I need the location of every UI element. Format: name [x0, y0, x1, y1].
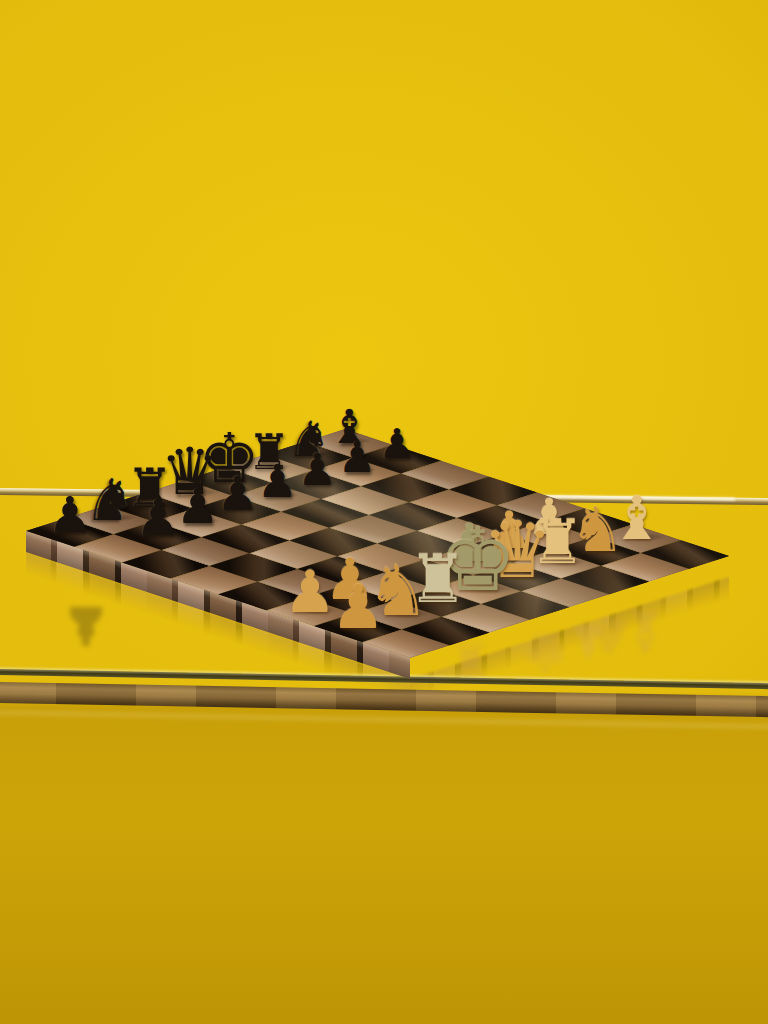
- piece-black-pawn-h7: ♟: [379, 425, 416, 466]
- piece-black-pawn-b7: ♟: [135, 494, 180, 544]
- lower-shelf-surface: [0, 692, 768, 1024]
- piece-black-pawn-f7: ♟: [298, 448, 338, 492]
- piece-white-pawn-a3: ♟: [284, 563, 336, 622]
- piece-black-pawn-e7: ♟: [257, 459, 298, 505]
- piece-black-pawn-d7: ♟: [217, 471, 259, 518]
- piece-black-pawn-a8: ♟: [48, 491, 92, 541]
- scene: ♟♜♚♟♝♞ ♟♞♜♛♚♜♞♝♟♟♟♟♟♟♟♟♟♟♟♟♟♞♜♚♛♜♞♝: [0, 0, 768, 1024]
- piece-black-pawn-g7: ♟: [338, 436, 376, 479]
- piece-white-pawn-a2: ♟: [331, 577, 385, 637]
- piece-black-pawn-c7: ♟: [176, 482, 219, 530]
